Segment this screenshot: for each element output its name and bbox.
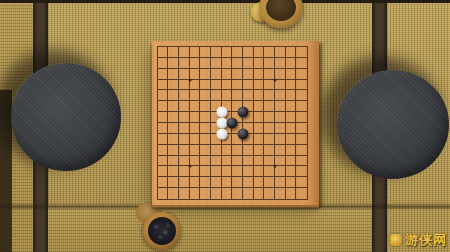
goban-cell[interactable] [275,58,286,69]
goban-cell[interactable] [190,90,201,101]
goban-cell[interactable] [264,80,275,91]
goban-cell[interactable] [254,47,265,58]
goban-cell[interactable] [222,58,233,69]
goban-cell[interactable] [168,166,179,177]
goban-cell[interactable] [243,47,254,58]
goban-cell[interactable] [200,58,211,69]
goban-cell[interactable] [264,177,275,188]
watermark: 游侠网 [390,231,447,249]
goban-cell[interactable] [211,69,222,80]
tabletop-scene: 游侠网 [0,0,450,252]
goban-cell[interactable] [190,166,201,177]
goban-cell[interactable] [179,188,190,199]
goban-cell[interactable] [254,112,265,123]
goban-cell[interactable] [264,134,275,145]
goban-cell[interactable] [254,145,265,156]
goban-cell[interactable] [168,177,179,188]
goban-cell[interactable] [296,69,307,80]
goban-cell[interactable] [264,166,275,177]
goban-cell[interactable] [190,145,201,156]
black-stone [238,107,249,118]
goban-cell[interactable] [275,101,286,112]
goban-cell[interactable] [190,101,201,112]
goban-cell[interactable] [243,80,254,91]
stone-bowl-bottom-stones [148,217,176,245]
goban-cell[interactable] [179,80,190,91]
goban-cell[interactable] [254,177,265,188]
goban-cell[interactable] [168,134,179,145]
star-point [274,78,277,81]
black-stone [227,118,238,129]
goban-cell[interactable] [190,69,201,80]
goban-cell[interactable] [200,166,211,177]
goban-cell[interactable] [254,58,265,69]
goban-cell[interactable] [254,166,265,177]
goban-cell[interactable] [275,177,286,188]
goban-cell[interactable] [158,177,169,188]
goban-cell[interactable] [179,134,190,145]
goban-cell[interactable] [254,134,265,145]
goban-cell[interactable] [275,134,286,145]
goban-cell[interactable] [296,47,307,58]
goban-cell[interactable] [254,188,265,199]
goban-cell[interactable] [179,90,190,101]
goban-cell[interactable] [264,101,275,112]
goban-cell[interactable] [168,188,179,199]
goban-cell[interactable] [296,123,307,134]
goban-cell[interactable] [190,156,201,167]
goban-cell[interactable] [264,123,275,134]
goban-cell[interactable] [296,145,307,156]
goban-cell[interactable] [286,134,297,145]
star-point [188,78,191,81]
goban-cell[interactable] [232,145,243,156]
goban-cell[interactable] [286,90,297,101]
goban-cell[interactable] [296,80,307,91]
goban-cell[interactable] [158,188,169,199]
goban-cell[interactable] [211,90,222,101]
goban-cell[interactable] [168,145,179,156]
floor-cushion-right [337,70,449,179]
goban-cell[interactable] [264,188,275,199]
goban-cell[interactable] [275,69,286,80]
goban-cell[interactable] [232,80,243,91]
goban-cell[interactable] [179,112,190,123]
goban-cell[interactable] [211,188,222,199]
goban-cell[interactable] [296,58,307,69]
goban-cell[interactable] [232,58,243,69]
goban-cell[interactable] [190,112,201,123]
goban-cell[interactable] [200,47,211,58]
goban-cell[interactable] [158,112,169,123]
white-stone [216,128,227,139]
goban-cell[interactable] [158,101,169,112]
goban-cell[interactable] [286,80,297,91]
goban-cell[interactable] [168,58,179,69]
goban-cell[interactable] [232,90,243,101]
goban-cell[interactable] [200,145,211,156]
goban-cell[interactable] [168,123,179,134]
goban-cell[interactable] [222,145,233,156]
goban-cell[interactable] [254,69,265,80]
goban-cell[interactable] [264,112,275,123]
goban-cell[interactable] [190,58,201,69]
goban-cell[interactable] [158,156,169,167]
goban-cell[interactable] [158,80,169,91]
goban-cell[interactable] [200,156,211,167]
goban-cell[interactable] [275,188,286,199]
goban-cell[interactable] [222,80,233,91]
goban-cell[interactable] [296,112,307,123]
white-stone [216,107,227,118]
goban-cell[interactable] [190,47,201,58]
goban-cell[interactable] [222,47,233,58]
goban-cell[interactable] [200,69,211,80]
goban-cell[interactable] [243,58,254,69]
goban-cell[interactable] [211,47,222,58]
goban-cell[interactable] [296,156,307,167]
goban-cell[interactable] [286,47,297,58]
goban-cell[interactable] [190,134,201,145]
goban-cell[interactable] [211,177,222,188]
goban-cell[interactable] [200,123,211,134]
goban-cell[interactable] [232,177,243,188]
goban-cell[interactable] [296,101,307,112]
goban-cell[interactable] [286,69,297,80]
goban-cell[interactable] [275,166,286,177]
goban-cell[interactable] [243,166,254,177]
goban-cell[interactable] [296,188,307,199]
goban-cell[interactable] [286,112,297,123]
goban-cell[interactable] [264,145,275,156]
goban-cell[interactable] [275,123,286,134]
goban-cell[interactable] [190,177,201,188]
goban-grid[interactable] [157,46,308,200]
goban-cell[interactable] [179,145,190,156]
goban-cell[interactable] [200,134,211,145]
goban-cell[interactable] [158,166,169,177]
goban-cell[interactable] [158,145,169,156]
goban-cell[interactable] [200,112,211,123]
goban-cell[interactable] [168,101,179,112]
goban-cell[interactable] [168,156,179,167]
goban-cell[interactable] [296,90,307,101]
goban-cell[interactable] [264,58,275,69]
goban-cell[interactable] [200,188,211,199]
goban-cell[interactable] [190,123,201,134]
goban-cell[interactable] [211,166,222,177]
goban-cell[interactable] [200,80,211,91]
goban-cell[interactable] [232,47,243,58]
goban-cell[interactable] [200,90,211,101]
black-stone [238,128,249,139]
goban-cell[interactable] [222,69,233,80]
goban-cell[interactable] [254,80,265,91]
goban-cell[interactable] [286,166,297,177]
goban-cell[interactable] [232,69,243,80]
watermark-logo-icon [390,234,402,246]
goban-cell[interactable] [179,177,190,188]
goban-cell[interactable] [275,145,286,156]
goban-cell[interactable] [158,58,169,69]
goban-cell[interactable] [243,90,254,101]
goban-cell[interactable] [254,156,265,167]
goban-cell[interactable] [158,134,169,145]
white-stone [216,118,227,129]
goban-board [152,41,319,205]
goban-cell[interactable] [232,188,243,199]
goban-cell[interactable] [286,177,297,188]
goban-cell[interactable] [286,123,297,134]
goban-cell[interactable] [286,156,297,167]
goban-cell[interactable] [168,69,179,80]
goban-cell[interactable] [200,101,211,112]
watermark-text: 游侠网 [405,231,447,249]
goban-cell[interactable] [190,80,201,91]
star-point [188,165,191,168]
goban-cell[interactable] [222,188,233,199]
goban-cell[interactable] [179,123,190,134]
goban-cell[interactable] [286,145,297,156]
goban-cell[interactable] [296,177,307,188]
goban-cell[interactable] [179,58,190,69]
goban-cell[interactable] [222,90,233,101]
goban-cell[interactable] [211,80,222,91]
goban-cell[interactable] [179,101,190,112]
goban-cell[interactable] [158,47,169,58]
goban-cell[interactable] [222,166,233,177]
goban-cell[interactable] [179,47,190,58]
goban-cell[interactable] [179,166,190,177]
goban-cell[interactable] [200,177,211,188]
goban-cell[interactable] [158,90,169,101]
goban-cell[interactable] [168,80,179,91]
goban-cell[interactable] [275,112,286,123]
goban-cell[interactable] [264,90,275,101]
goban-cell[interactable] [222,177,233,188]
goban-cell[interactable] [232,156,243,167]
goban-cell[interactable] [275,47,286,58]
goban-cell[interactable] [211,156,222,167]
goban-cell[interactable] [168,47,179,58]
goban-cell[interactable] [243,177,254,188]
goban-cell[interactable] [286,188,297,199]
goban-cell[interactable] [211,58,222,69]
goban-cell[interactable] [275,80,286,91]
goban-cell[interactable] [286,58,297,69]
goban-cell[interactable] [168,112,179,123]
goban-cell[interactable] [254,123,265,134]
goban-cell[interactable] [222,156,233,167]
goban-cell[interactable] [190,188,201,199]
goban-cell[interactable] [168,90,179,101]
goban-cell[interactable] [232,166,243,177]
tatami-edge-top [0,0,450,3]
goban-cell[interactable] [296,134,307,145]
goban-cell[interactable] [286,101,297,112]
goban-cell[interactable] [243,188,254,199]
goban-cell[interactable] [254,90,265,101]
goban-cell[interactable] [275,90,286,101]
goban-cell[interactable] [275,156,286,167]
goban-cell[interactable] [158,123,169,134]
star-point [274,165,277,168]
goban-cell[interactable] [296,166,307,177]
goban-cell[interactable] [243,69,254,80]
goban-cell[interactable] [243,156,254,167]
tatami-panel-bottom [48,205,372,252]
goban-cell[interactable] [158,69,169,80]
goban-cell[interactable] [254,101,265,112]
floor-cushion-left [11,63,121,171]
goban-cell[interactable] [264,47,275,58]
goban-cell[interactable] [211,145,222,156]
goban-cell[interactable] [243,145,254,156]
